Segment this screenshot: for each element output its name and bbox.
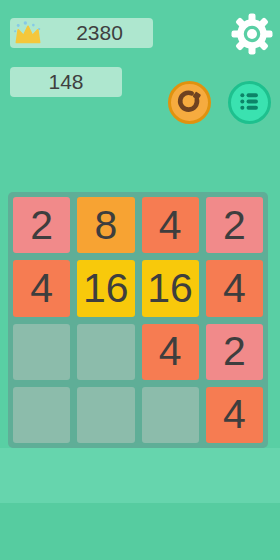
tile-4: 4 [206,260,263,316]
tile-4: 4 [13,260,70,316]
best-score-value: 2380 [46,21,153,45]
empty-cell [77,324,134,380]
tile-16: 16 [77,260,134,316]
tile-4: 4 [206,387,263,443]
tile-4: 4 [142,197,199,253]
best-score-badge: 2380 [10,18,153,48]
tile-16: 16 [142,260,199,316]
background-footer-band [0,503,280,560]
current-score-value: 148 [48,70,83,94]
tile-8: 8 [77,197,134,253]
menu-button[interactable] [228,81,271,124]
background-light-band [0,448,280,503]
current-score-badge: 148 [10,67,122,97]
empty-cell [142,387,199,443]
tile-2: 2 [13,197,70,253]
empty-cell [77,387,134,443]
empty-cell [13,387,70,443]
game-board[interactable]: 2842416164424 [8,192,268,448]
empty-cell [13,324,70,380]
tile-2: 2 [206,324,263,380]
tile-4: 4 [142,324,199,380]
settings-button[interactable] [230,13,274,57]
list-icon [231,83,268,123]
refresh-icon [171,83,208,123]
gear-icon [230,12,274,59]
restart-button[interactable] [168,81,211,124]
crown-icon [10,18,46,48]
tile-2: 2 [206,197,263,253]
